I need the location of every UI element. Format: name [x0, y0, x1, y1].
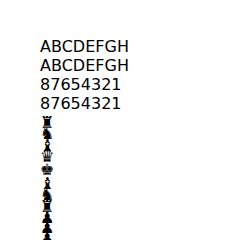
- rank-label-1-right: 1: [111, 94, 121, 113]
- piece-black-bishop-f8[interactable]: ♝: [40, 174, 51, 185]
- piece-black-queen-d8[interactable]: ♛: [40, 147, 53, 160]
- file-label-b-top: B: [51, 37, 62, 56]
- square-a8[interactable]: ♜: [40, 113, 204, 124]
- piece-black-pawn-b7[interactable]: ♟: [40, 218, 50, 228]
- square-e8[interactable]: ♚: [40, 160, 204, 174]
- square-c7[interactable]: ♟: [40, 228, 204, 238]
- square-d8[interactable]: ♛: [40, 147, 204, 160]
- chess-board: ♜♞♝♛♚♝♞♜♟♟♟♟♟♟♟♟♙♙♙♙♙♙♙♙♖♘♗♕♔♗♘♖: [40, 113, 204, 240]
- file-label-d-bottom: D: [73, 56, 85, 75]
- rank-label-6-left: 6: [60, 75, 70, 94]
- rank-label-3-left: 3: [91, 75, 101, 94]
- photo-background: ABCDEFGH ABCDEFGH 87654321 87654321 ♜♞♝♛…: [0, 0, 240, 240]
- piece-black-king-e8[interactable]: ♚: [40, 160, 54, 174]
- square-b7[interactable]: ♟: [40, 218, 204, 228]
- rank-label-8-left: 8: [40, 75, 50, 94]
- file-label-a-top: A: [40, 37, 51, 56]
- square-g8[interactable]: ♞: [40, 185, 204, 197]
- rank-label-4-left: 4: [81, 75, 91, 94]
- square-h8[interactable]: ♜: [40, 197, 204, 208]
- rank-label-5-right: 5: [71, 94, 81, 113]
- piece-black-pawn-c7[interactable]: ♟: [40, 228, 50, 238]
- rank-labels-right: 87654321: [40, 94, 204, 113]
- piece-black-rook-h8[interactable]: ♜: [40, 197, 51, 208]
- rank-label-8-right: 8: [40, 94, 50, 113]
- board-insert: ABCDEFGH ABCDEFGH 87654321 87654321 ♜♞♝♛…: [40, 37, 204, 240]
- rank-label-4-right: 4: [81, 94, 91, 113]
- rank-label-2-left: 2: [101, 75, 111, 94]
- piece-black-pawn-a7[interactable]: ♟: [40, 208, 50, 218]
- file-label-h-top: H: [117, 37, 129, 56]
- file-label-c-bottom: C: [62, 56, 73, 75]
- rank-labels-left: 87654321: [40, 75, 204, 94]
- rank-label-6-right: 6: [60, 94, 70, 113]
- file-label-d-top: D: [73, 37, 85, 56]
- file-label-c-top: C: [62, 37, 73, 56]
- file-labels-top: ABCDEFGH: [40, 37, 204, 56]
- piece-black-knight-g8[interactable]: ♞: [40, 185, 52, 197]
- file-label-a-bottom: A: [40, 56, 51, 75]
- piece-black-rook-a8[interactable]: ♜: [40, 113, 51, 124]
- file-label-h-bottom: H: [117, 56, 129, 75]
- square-f8[interactable]: ♝: [40, 174, 204, 185]
- square-c8[interactable]: ♝: [40, 136, 204, 147]
- rank-label-5-left: 5: [71, 75, 81, 94]
- square-b8[interactable]: ♞: [40, 124, 204, 136]
- file-label-g-top: G: [104, 37, 116, 56]
- piece-black-knight-b8[interactable]: ♞: [40, 124, 52, 136]
- rank-label-2-right: 2: [101, 94, 111, 113]
- rank-label-1-left: 1: [111, 75, 121, 94]
- file-label-b-bottom: B: [51, 56, 62, 75]
- square-a7[interactable]: ♟: [40, 208, 204, 218]
- piece-black-bishop-c8[interactable]: ♝: [40, 136, 51, 147]
- rank-label-3-right: 3: [91, 94, 101, 113]
- travel-chess-box: ABCDEFGH ABCDEFGH 87654321 87654321 ♜♞♝♛…: [40, 37, 204, 197]
- rank-label-7-right: 7: [50, 94, 60, 113]
- file-label-e-top: E: [85, 37, 95, 56]
- rank-label-7-left: 7: [50, 75, 60, 94]
- file-label-g-bottom: G: [104, 56, 116, 75]
- file-label-e-bottom: E: [85, 56, 95, 75]
- file-labels-bottom: ABCDEFGH: [40, 56, 204, 75]
